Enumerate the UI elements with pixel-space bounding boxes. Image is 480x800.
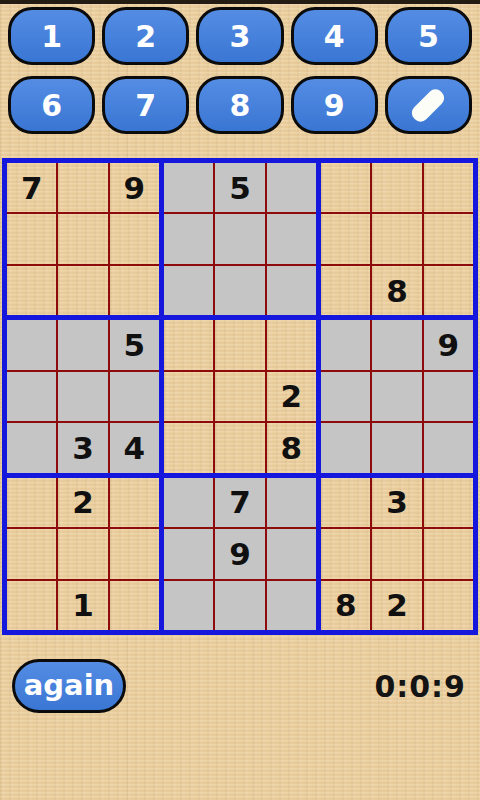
cell-r6c5[interactable]: [215, 423, 264, 472]
timer: 0:0:9: [374, 669, 468, 704]
cell-r5c8[interactable]: [372, 372, 421, 421]
cell-r4c1[interactable]: [7, 320, 56, 369]
cell-r2c4[interactable]: [164, 214, 213, 263]
eraser-icon: [409, 86, 448, 125]
cell-r7c5[interactable]: 7: [215, 478, 264, 527]
box-2: 5: [164, 163, 316, 315]
box-9: 382: [321, 478, 473, 630]
cell-r2c2[interactable]: [58, 214, 107, 263]
cell-r9c4[interactable]: [164, 581, 213, 630]
key-6[interactable]: 6: [8, 76, 95, 134]
cell-r1c4[interactable]: [164, 163, 213, 212]
cell-r9c9[interactable]: [424, 581, 473, 630]
key-2[interactable]: 2: [102, 7, 189, 65]
cell-r7c6[interactable]: [267, 478, 316, 527]
cell-r3c1[interactable]: [7, 266, 56, 315]
cell-r6c2[interactable]: 3: [58, 423, 107, 472]
cell-r6c6[interactable]: 8: [267, 423, 316, 472]
cell-r5c4[interactable]: [164, 372, 213, 421]
cell-r2c7[interactable]: [321, 214, 370, 263]
eraser-button[interactable]: [385, 76, 472, 134]
top-bar: [0, 0, 480, 4]
cell-r1c6[interactable]: [267, 163, 316, 212]
cell-r5c1[interactable]: [7, 372, 56, 421]
cell-r8c7[interactable]: [321, 529, 370, 578]
key-9[interactable]: 9: [291, 76, 378, 134]
cell-r3c5[interactable]: [215, 266, 264, 315]
cell-r1c5[interactable]: 5: [215, 163, 264, 212]
cell-r8c1[interactable]: [7, 529, 56, 578]
key-8[interactable]: 8: [196, 76, 283, 134]
cell-r2c9[interactable]: [424, 214, 473, 263]
cell-r8c2[interactable]: [58, 529, 107, 578]
cell-r6c8[interactable]: [372, 423, 421, 472]
key-7[interactable]: 7: [102, 76, 189, 134]
cell-r3c9[interactable]: [424, 266, 473, 315]
key-1[interactable]: 1: [8, 7, 95, 65]
cell-r3c7[interactable]: [321, 266, 370, 315]
key-5[interactable]: 5: [385, 7, 472, 65]
cell-r4c4[interactable]: [164, 320, 213, 369]
cell-r9c8[interactable]: 2: [372, 581, 421, 630]
cell-r9c1[interactable]: [7, 581, 56, 630]
sudoku-board: 79585342892179382: [2, 158, 478, 635]
cell-r9c5[interactable]: [215, 581, 264, 630]
cell-r4c6[interactable]: [267, 320, 316, 369]
cell-r1c7[interactable]: [321, 163, 370, 212]
cell-r7c4[interactable]: [164, 478, 213, 527]
cell-r7c2[interactable]: 2: [58, 478, 107, 527]
cell-r8c5[interactable]: 9: [215, 529, 264, 578]
box-5: 28: [164, 320, 316, 472]
cell-r7c8[interactable]: 3: [372, 478, 421, 527]
cell-r3c6[interactable]: [267, 266, 316, 315]
cell-r6c9[interactable]: [424, 423, 473, 472]
cell-r8c3[interactable]: [110, 529, 159, 578]
cell-r8c4[interactable]: [164, 529, 213, 578]
cell-r2c1[interactable]: [7, 214, 56, 263]
cell-r5c9[interactable]: [424, 372, 473, 421]
cell-r7c9[interactable]: [424, 478, 473, 527]
cell-r7c3[interactable]: [110, 478, 159, 527]
cell-r6c4[interactable]: [164, 423, 213, 472]
cell-r4c2[interactable]: [58, 320, 107, 369]
cell-r6c7[interactable]: [321, 423, 370, 472]
key-4[interactable]: 4: [291, 7, 378, 65]
cell-r4c9[interactable]: 9: [424, 320, 473, 369]
again-button[interactable]: again: [12, 659, 126, 713]
cell-r5c2[interactable]: [58, 372, 107, 421]
number-keypad: 123456789: [8, 7, 472, 134]
footer: again 0:0:9: [0, 658, 480, 714]
cell-r2c5[interactable]: [215, 214, 264, 263]
cell-r8c8[interactable]: [372, 529, 421, 578]
cell-r9c2[interactable]: 1: [58, 581, 107, 630]
cell-r5c7[interactable]: [321, 372, 370, 421]
cell-r6c1[interactable]: [7, 423, 56, 472]
cell-r7c7[interactable]: [321, 478, 370, 527]
cell-r3c3[interactable]: [110, 266, 159, 315]
cell-r3c8[interactable]: 8: [372, 266, 421, 315]
cell-r7c1[interactable]: [7, 478, 56, 527]
cell-r1c8[interactable]: [372, 163, 421, 212]
box-8: 79: [164, 478, 316, 630]
cell-r4c3[interactable]: 5: [110, 320, 159, 369]
cell-r1c2[interactable]: [58, 163, 107, 212]
cell-r9c6[interactable]: [267, 581, 316, 630]
cell-r9c7[interactable]: 8: [321, 581, 370, 630]
cell-r5c3[interactable]: [110, 372, 159, 421]
cell-r8c6[interactable]: [267, 529, 316, 578]
box-6: 9: [321, 320, 473, 472]
box-4: 534: [7, 320, 159, 472]
cell-r2c6[interactable]: [267, 214, 316, 263]
cell-r5c5[interactable]: [215, 372, 264, 421]
cell-r5c6[interactable]: 2: [267, 372, 316, 421]
key-3[interactable]: 3: [196, 7, 283, 65]
cell-r4c5[interactable]: [215, 320, 264, 369]
cell-r4c7[interactable]: [321, 320, 370, 369]
app-screen: 123456789 79585342892179382 again 0:0:9: [0, 0, 480, 800]
cell-r2c8[interactable]: [372, 214, 421, 263]
cell-r1c3[interactable]: 9: [110, 163, 159, 212]
cell-r9c3[interactable]: [110, 581, 159, 630]
box-1: 79: [7, 163, 159, 315]
box-3: 8: [321, 163, 473, 315]
cell-r1c9[interactable]: [424, 163, 473, 212]
cell-r1c1[interactable]: 7: [7, 163, 56, 212]
cell-r3c2[interactable]: [58, 266, 107, 315]
cell-r2c3[interactable]: [110, 214, 159, 263]
cell-r3c4[interactable]: [164, 266, 213, 315]
cell-r4c8[interactable]: [372, 320, 421, 369]
cell-r6c3[interactable]: 4: [110, 423, 159, 472]
box-7: 21: [7, 478, 159, 630]
cell-r8c9[interactable]: [424, 529, 473, 578]
